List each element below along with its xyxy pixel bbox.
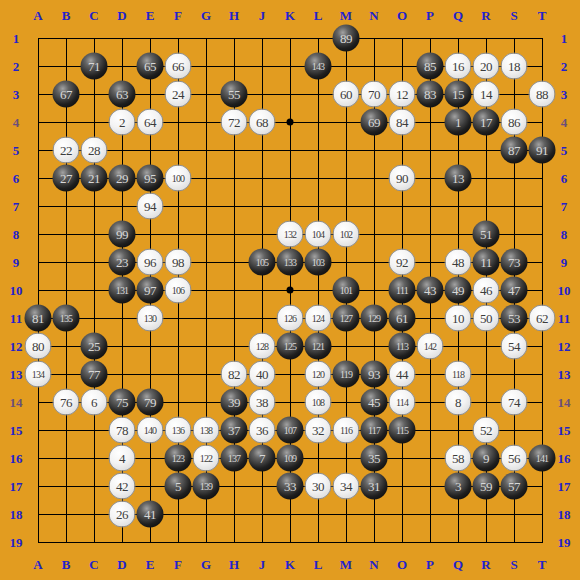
- move-number: 101: [340, 285, 353, 295]
- stone-R11-move-50: 50: [473, 305, 500, 332]
- move-number: 67: [60, 88, 72, 101]
- coord-right-3: 3: [561, 88, 568, 101]
- coord-bottom-A: A: [33, 558, 42, 571]
- stone-E7-move-94: 94: [137, 193, 164, 220]
- move-number: 128: [256, 341, 269, 351]
- move-number: 81: [32, 312, 44, 325]
- stone-M15-move-116: 116: [333, 417, 360, 444]
- move-number: 119: [340, 369, 352, 379]
- coord-right-13: 13: [558, 368, 571, 381]
- stone-Q17-move-3: 3: [445, 473, 472, 500]
- stone-D15-move-78: 78: [109, 417, 136, 444]
- move-number: 100: [172, 173, 185, 183]
- stone-H15-move-37: 37: [221, 417, 248, 444]
- stone-O9-move-92: 92: [389, 249, 416, 276]
- move-number: 124: [312, 313, 325, 323]
- coord-top-N: N: [369, 9, 378, 22]
- stone-E9-move-96: 96: [137, 249, 164, 276]
- coord-top-H: H: [229, 9, 239, 22]
- stone-F16-move-123: 123: [165, 445, 192, 472]
- stone-D10-move-131: 131: [109, 277, 136, 304]
- coord-bottom-D: D: [117, 558, 126, 571]
- stone-S11-move-53: 53: [501, 305, 528, 332]
- move-number: 12: [396, 88, 408, 101]
- coord-bottom-N: N: [369, 558, 378, 571]
- stone-F9-move-98: 98: [165, 249, 192, 276]
- stone-L14-move-108: 108: [305, 389, 332, 416]
- stone-K16-move-109: 109: [277, 445, 304, 472]
- coord-bottom-E: E: [146, 558, 155, 571]
- move-number: 126: [284, 313, 297, 323]
- move-number: 58: [452, 452, 464, 465]
- stone-R15-move-52: 52: [473, 417, 500, 444]
- coord-left-11: 11: [10, 312, 22, 325]
- coord-bottom-B: B: [62, 558, 71, 571]
- stone-P3-move-83: 83: [417, 81, 444, 108]
- stone-H4-move-72: 72: [221, 109, 248, 136]
- coord-bottom-T: T: [538, 558, 547, 571]
- coord-right-16: 16: [558, 452, 571, 465]
- coord-top-F: F: [174, 9, 182, 22]
- move-number: 27: [60, 172, 72, 185]
- coord-top-D: D: [117, 9, 126, 22]
- stone-E10-move-97: 97: [137, 277, 164, 304]
- stone-J12-move-128: 128: [249, 333, 276, 360]
- stone-K17-move-33: 33: [277, 473, 304, 500]
- stone-O6-move-90: 90: [389, 165, 416, 192]
- coord-right-6: 6: [561, 172, 568, 185]
- move-number: 79: [144, 396, 156, 409]
- coord-top-T: T: [538, 9, 547, 22]
- move-number: 60: [340, 88, 352, 101]
- move-number: 28: [88, 144, 100, 157]
- move-number: 57: [508, 480, 520, 493]
- stone-M13-move-119: 119: [333, 361, 360, 388]
- coord-left-17: 17: [10, 480, 23, 493]
- stone-M3-move-60: 60: [333, 81, 360, 108]
- move-number: 104: [312, 229, 325, 239]
- stone-F6-move-100: 100: [165, 165, 192, 192]
- move-number: 1: [455, 116, 461, 129]
- move-number: 34: [340, 480, 352, 493]
- move-number: 37: [228, 424, 240, 437]
- star-point-K4: [287, 119, 294, 126]
- stone-M10-move-101: 101: [333, 277, 360, 304]
- stone-Q16-move-58: 58: [445, 445, 472, 472]
- stone-T16-move-141: 141: [529, 445, 556, 472]
- move-number: 90: [396, 172, 408, 185]
- stone-N16-move-35: 35: [361, 445, 388, 472]
- move-number: 3: [455, 480, 461, 493]
- stone-E2-move-65: 65: [137, 53, 164, 80]
- stone-S4-move-86: 86: [501, 109, 528, 136]
- move-number: 11: [480, 256, 492, 269]
- stone-E4-move-64: 64: [137, 109, 164, 136]
- stone-H14-move-39: 39: [221, 389, 248, 416]
- stone-D14-move-75: 75: [109, 389, 136, 416]
- coord-left-14: 14: [10, 396, 23, 409]
- stone-Q9-move-48: 48: [445, 249, 472, 276]
- move-number: 23: [116, 256, 128, 269]
- coord-top-G: G: [201, 9, 211, 22]
- stone-D3-move-63: 63: [109, 81, 136, 108]
- coord-right-1: 1: [561, 32, 568, 45]
- move-number: 83: [424, 88, 436, 101]
- move-number: 24: [172, 88, 184, 101]
- move-number: 117: [368, 425, 380, 435]
- coord-bottom-J: J: [259, 558, 266, 571]
- stone-M8-move-102: 102: [333, 221, 360, 248]
- coord-bottom-G: G: [201, 558, 211, 571]
- move-number: 7: [259, 452, 265, 465]
- move-number: 93: [368, 368, 380, 381]
- move-number: 102: [340, 229, 353, 239]
- stone-Q13-move-118: 118: [445, 361, 472, 388]
- coord-left-10: 10: [10, 284, 23, 297]
- move-number: 94: [144, 200, 156, 213]
- stone-N4-move-69: 69: [361, 109, 388, 136]
- stone-Q14-move-8: 8: [445, 389, 472, 416]
- move-number: 70: [368, 88, 380, 101]
- move-number: 59: [480, 480, 492, 493]
- move-number: 91: [536, 144, 548, 157]
- move-number: 64: [144, 116, 156, 129]
- stone-P12-move-142: 142: [417, 333, 444, 360]
- move-number: 98: [172, 256, 184, 269]
- coord-top-M: M: [340, 9, 352, 22]
- move-number: 99: [116, 228, 128, 241]
- coord-bottom-H: H: [229, 558, 239, 571]
- stone-G15-move-138: 138: [193, 417, 220, 444]
- stone-O11-move-61: 61: [389, 305, 416, 332]
- stone-R16-move-9: 9: [473, 445, 500, 472]
- move-number: 121: [312, 341, 325, 351]
- stone-N13-move-93: 93: [361, 361, 388, 388]
- stone-C13-move-77: 77: [81, 361, 108, 388]
- stone-B5-move-22: 22: [53, 137, 80, 164]
- stone-L15-move-32: 32: [305, 417, 332, 444]
- move-number: 107: [284, 425, 297, 435]
- move-number: 31: [368, 480, 380, 493]
- stone-S10-move-47: 47: [501, 277, 528, 304]
- move-number: 122: [200, 453, 213, 463]
- stone-A12-move-80: 80: [25, 333, 52, 360]
- stone-T3-move-88: 88: [529, 81, 556, 108]
- coord-bottom-L: L: [314, 558, 323, 571]
- stone-M1-move-89: 89: [333, 25, 360, 52]
- stone-O14-move-114: 114: [389, 389, 416, 416]
- stone-Q6-move-13: 13: [445, 165, 472, 192]
- stone-L11-move-124: 124: [305, 305, 332, 332]
- move-number: 114: [396, 397, 408, 407]
- go-board[interactable]: AABBCCDDEEFFGGHHJJKKLLMMNNOOPPQQRRSSTT11…: [0, 0, 580, 580]
- move-number: 116: [340, 425, 352, 435]
- coord-right-10: 10: [558, 284, 571, 297]
- move-number: 134: [32, 369, 45, 379]
- stone-R3-move-14: 14: [473, 81, 500, 108]
- stone-G17-move-139: 139: [193, 473, 220, 500]
- move-number: 77: [88, 368, 100, 381]
- stone-N14-move-45: 45: [361, 389, 388, 416]
- move-number: 131: [116, 285, 129, 295]
- coord-left-8: 8: [13, 228, 20, 241]
- stone-D9-move-23: 23: [109, 249, 136, 276]
- move-number: 25: [88, 340, 100, 353]
- coord-right-14: 14: [558, 396, 571, 409]
- move-number: 10: [452, 312, 464, 325]
- coord-right-18: 18: [558, 508, 571, 521]
- move-number: 42: [116, 480, 128, 493]
- stone-C5-move-28: 28: [81, 137, 108, 164]
- coord-top-Q: Q: [453, 9, 463, 22]
- coord-right-8: 8: [561, 228, 568, 241]
- move-number: 109: [284, 453, 297, 463]
- coord-bottom-S: S: [510, 558, 517, 571]
- stone-J13-move-40: 40: [249, 361, 276, 388]
- move-number: 21: [88, 172, 100, 185]
- move-number: 6: [91, 396, 97, 409]
- coord-left-6: 6: [13, 172, 20, 185]
- move-number: 51: [480, 228, 492, 241]
- stone-D6-move-29: 29: [109, 165, 136, 192]
- move-number: 36: [256, 424, 268, 437]
- stone-N15-move-117: 117: [361, 417, 388, 444]
- move-number: 9: [483, 452, 489, 465]
- stone-H16-move-137: 137: [221, 445, 248, 472]
- move-number: 52: [480, 424, 492, 437]
- move-number: 32: [312, 424, 324, 437]
- move-number: 56: [508, 452, 520, 465]
- stone-A13-move-134: 134: [25, 361, 52, 388]
- stone-R2-move-20: 20: [473, 53, 500, 80]
- stone-S2-move-18: 18: [501, 53, 528, 80]
- stone-B3-move-67: 67: [53, 81, 80, 108]
- stone-H3-move-55: 55: [221, 81, 248, 108]
- stone-T11-move-62: 62: [529, 305, 556, 332]
- coord-bottom-Q: Q: [453, 558, 463, 571]
- move-number: 29: [116, 172, 128, 185]
- move-number: 111: [396, 285, 408, 295]
- move-number: 125: [284, 341, 297, 351]
- coord-left-4: 4: [13, 116, 20, 129]
- stone-O12-move-113: 113: [389, 333, 416, 360]
- stone-B14-move-76: 76: [53, 389, 80, 416]
- move-number: 72: [228, 116, 240, 129]
- coord-left-3: 3: [13, 88, 20, 101]
- stone-R9-move-11: 11: [473, 249, 500, 276]
- move-number: 96: [144, 256, 156, 269]
- stone-N3-move-70: 70: [361, 81, 388, 108]
- stone-R4-move-17: 17: [473, 109, 500, 136]
- move-number: 49: [452, 284, 464, 297]
- move-number: 46: [480, 284, 492, 297]
- coord-left-2: 2: [13, 60, 20, 73]
- stone-P10-move-43: 43: [417, 277, 444, 304]
- coord-left-16: 16: [10, 452, 23, 465]
- move-number: 136: [172, 425, 185, 435]
- coord-bottom-C: C: [89, 558, 98, 571]
- move-number: 127: [340, 313, 353, 323]
- coord-right-15: 15: [558, 424, 571, 437]
- stone-C2-move-71: 71: [81, 53, 108, 80]
- stone-S5-move-87: 87: [501, 137, 528, 164]
- move-number: 76: [60, 396, 72, 409]
- move-number: 50: [480, 312, 492, 325]
- move-number: 68: [256, 116, 268, 129]
- stone-D18-move-26: 26: [109, 501, 136, 528]
- coord-right-4: 4: [561, 116, 568, 129]
- coord-bottom-M: M: [340, 558, 352, 571]
- stone-J4-move-68: 68: [249, 109, 276, 136]
- stone-J14-move-38: 38: [249, 389, 276, 416]
- stone-Q10-move-49: 49: [445, 277, 472, 304]
- coord-top-E: E: [146, 9, 155, 22]
- coord-left-12: 12: [10, 340, 23, 353]
- move-number: 86: [508, 116, 520, 129]
- coord-top-A: A: [33, 9, 42, 22]
- stone-O3-move-12: 12: [389, 81, 416, 108]
- coord-top-B: B: [62, 9, 71, 22]
- coord-left-15: 15: [10, 424, 23, 437]
- move-number: 73: [508, 256, 520, 269]
- move-number: 61: [396, 312, 408, 325]
- move-number: 26: [116, 508, 128, 521]
- stone-C12-move-25: 25: [81, 333, 108, 360]
- coord-bottom-F: F: [174, 558, 182, 571]
- stone-O15-move-115: 115: [389, 417, 416, 444]
- stone-S14-move-74: 74: [501, 389, 528, 416]
- coord-right-5: 5: [561, 144, 568, 157]
- stone-D17-move-42: 42: [109, 473, 136, 500]
- stone-A11-move-81: 81: [25, 305, 52, 332]
- stone-J16-move-7: 7: [249, 445, 276, 472]
- move-number: 138: [200, 425, 213, 435]
- stone-O13-move-44: 44: [389, 361, 416, 388]
- stone-S17-move-57: 57: [501, 473, 528, 500]
- move-number: 41: [144, 508, 156, 521]
- stone-E14-move-79: 79: [137, 389, 164, 416]
- move-number: 35: [368, 452, 380, 465]
- move-number: 133: [284, 257, 297, 267]
- move-number: 142: [424, 341, 437, 351]
- stone-K12-move-125: 125: [277, 333, 304, 360]
- move-number: 75: [116, 396, 128, 409]
- coord-right-7: 7: [561, 200, 568, 213]
- move-number: 39: [228, 396, 240, 409]
- coord-top-O: O: [397, 9, 407, 22]
- coord-top-J: J: [259, 9, 266, 22]
- grid-line-horizontal: [38, 542, 543, 543]
- coord-right-19: 19: [558, 536, 571, 549]
- move-number: 55: [228, 88, 240, 101]
- stone-Q11-move-10: 10: [445, 305, 472, 332]
- move-number: 5: [175, 480, 181, 493]
- stone-D8-move-99: 99: [109, 221, 136, 248]
- move-number: 69: [368, 116, 380, 129]
- stone-L13-move-120: 120: [305, 361, 332, 388]
- move-number: 38: [256, 396, 268, 409]
- coord-left-1: 1: [13, 32, 20, 45]
- coord-left-5: 5: [13, 144, 20, 157]
- move-number: 87: [508, 144, 520, 157]
- move-number: 14: [480, 88, 492, 101]
- move-number: 15: [452, 88, 464, 101]
- move-number: 143: [312, 61, 325, 71]
- move-number: 45: [368, 396, 380, 409]
- stone-M11-move-127: 127: [333, 305, 360, 332]
- move-number: 123: [172, 453, 185, 463]
- stone-C14-move-6: 6: [81, 389, 108, 416]
- stone-F17-move-5: 5: [165, 473, 192, 500]
- move-number: 130: [144, 313, 157, 323]
- stone-P2-move-85: 85: [417, 53, 444, 80]
- move-number: 65: [144, 60, 156, 73]
- coord-top-C: C: [89, 9, 98, 22]
- move-number: 108: [312, 397, 325, 407]
- move-number: 92: [396, 256, 408, 269]
- move-number: 8: [455, 396, 461, 409]
- move-number: 120: [312, 369, 325, 379]
- stone-S9-move-73: 73: [501, 249, 528, 276]
- stone-K8-move-132: 132: [277, 221, 304, 248]
- move-number: 16: [452, 60, 464, 73]
- move-number: 113: [396, 341, 408, 351]
- stone-S12-move-54: 54: [501, 333, 528, 360]
- move-number: 137: [228, 453, 241, 463]
- coord-bottom-O: O: [397, 558, 407, 571]
- move-number: 40: [256, 368, 268, 381]
- coord-left-19: 19: [10, 536, 23, 549]
- coord-right-17: 17: [558, 480, 571, 493]
- stone-R10-move-46: 46: [473, 277, 500, 304]
- move-number: 62: [536, 312, 548, 325]
- stone-D16-move-4: 4: [109, 445, 136, 472]
- move-number: 33: [284, 480, 296, 493]
- move-number: 4: [119, 452, 125, 465]
- stone-R8-move-51: 51: [473, 221, 500, 248]
- stone-E15-move-140: 140: [137, 417, 164, 444]
- move-number: 43: [424, 284, 436, 297]
- stone-F15-move-136: 136: [165, 417, 192, 444]
- move-number: 118: [452, 369, 464, 379]
- stone-R17-move-59: 59: [473, 473, 500, 500]
- coord-bottom-K: K: [285, 558, 295, 571]
- move-number: 140: [144, 425, 157, 435]
- stone-D4-move-2: 2: [109, 109, 136, 136]
- stone-K11-move-126: 126: [277, 305, 304, 332]
- stone-F3-move-24: 24: [165, 81, 192, 108]
- stone-L2-move-143: 143: [305, 53, 332, 80]
- coord-left-13: 13: [10, 368, 23, 381]
- stone-Q4-move-1: 1: [445, 109, 472, 136]
- move-number: 103: [312, 257, 325, 267]
- move-number: 18: [508, 60, 520, 73]
- stone-E6-move-95: 95: [137, 165, 164, 192]
- move-number: 17: [480, 116, 492, 129]
- stone-L9-move-103: 103: [305, 249, 332, 276]
- star-point-K10: [287, 287, 294, 294]
- stone-K9-move-133: 133: [277, 249, 304, 276]
- stone-N17-move-31: 31: [361, 473, 388, 500]
- move-number: 71: [88, 60, 100, 73]
- stone-L12-move-121: 121: [305, 333, 332, 360]
- move-number: 95: [144, 172, 156, 185]
- stone-G16-move-122: 122: [193, 445, 220, 472]
- coord-bottom-R: R: [481, 558, 490, 571]
- grid-line-vertical: [318, 38, 319, 543]
- move-number: 88: [536, 88, 548, 101]
- move-number: 54: [508, 340, 520, 353]
